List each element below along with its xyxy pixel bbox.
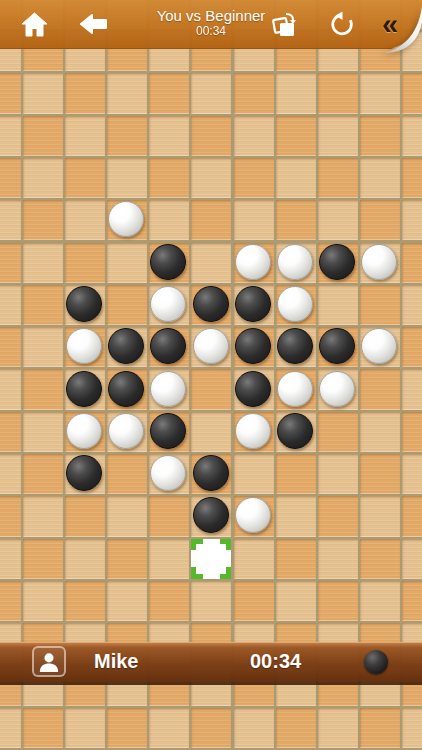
board-cell[interactable] <box>149 581 189 621</box>
board-cell[interactable] <box>276 200 316 240</box>
black-stone <box>150 413 186 449</box>
board-cell[interactable] <box>276 158 316 198</box>
board-cell[interactable] <box>360 708 400 748</box>
board-cell[interactable] <box>402 412 422 452</box>
board-cell[interactable] <box>23 454 63 494</box>
board-cell[interactable] <box>0 539 21 579</box>
board-cell[interactable] <box>0 327 21 367</box>
board-cell[interactable] <box>0 285 21 325</box>
player-avatar[interactable] <box>32 646 66 677</box>
board-cell[interactable] <box>318 496 358 536</box>
board-cell[interactable] <box>23 327 63 367</box>
white-stone <box>108 413 144 449</box>
board-cell[interactable] <box>107 708 147 748</box>
board-cell[interactable] <box>276 539 316 579</box>
marker-notch <box>203 539 220 544</box>
game-title: You vs Beginner <box>140 7 282 24</box>
player-bar: Mike 00:34 <box>0 642 422 682</box>
black-stone <box>277 413 313 449</box>
board-cell[interactable] <box>149 73 189 113</box>
board-cell[interactable] <box>402 708 422 748</box>
board-cell[interactable] <box>402 200 422 240</box>
board-cell[interactable] <box>107 539 147 579</box>
restart-button[interactable] <box>325 0 357 48</box>
board-cell[interactable] <box>360 73 400 113</box>
board-cell[interactable] <box>107 116 147 156</box>
board-cell[interactable] <box>107 158 147 198</box>
board-cell[interactable] <box>0 116 21 156</box>
board-cell[interactable] <box>149 539 189 579</box>
board-cell[interactable] <box>276 454 316 494</box>
board-cell[interactable] <box>234 454 274 494</box>
person-icon <box>38 651 60 673</box>
board-cell[interactable] <box>276 708 316 748</box>
board-cell[interactable] <box>360 369 400 409</box>
board-cell[interactable] <box>191 581 231 621</box>
white-stone <box>193 328 229 364</box>
black-stone <box>193 497 229 533</box>
board-cell[interactable] <box>402 496 422 536</box>
board-cell[interactable] <box>107 285 147 325</box>
board-cell[interactable] <box>234 539 274 579</box>
board-cell[interactable] <box>234 158 274 198</box>
board-cell[interactable] <box>23 539 63 579</box>
board-cell[interactable] <box>0 73 21 113</box>
board-cell[interactable] <box>234 73 274 113</box>
board-cell[interactable] <box>149 116 189 156</box>
board-cell[interactable] <box>191 708 231 748</box>
white-stone <box>235 413 271 449</box>
page-curl[interactable] <box>372 0 422 56</box>
board-cell[interactable] <box>0 158 21 198</box>
black-stone <box>277 328 313 364</box>
board-cell[interactable] <box>191 412 231 452</box>
board-cell[interactable] <box>149 496 189 536</box>
board-cell[interactable] <box>360 116 400 156</box>
last-move-marker <box>191 539 231 579</box>
board-cell[interactable] <box>23 496 63 536</box>
board-cell[interactable] <box>318 539 358 579</box>
player-timer: 00:34 <box>250 650 301 673</box>
board-cell[interactable] <box>23 708 63 748</box>
top-toolbar: You vs Beginner 00:34 « <box>0 0 422 49</box>
board-cell[interactable] <box>0 581 21 621</box>
board-cell[interactable] <box>0 200 21 240</box>
board-cell[interactable] <box>360 454 400 494</box>
board-cell[interactable] <box>276 496 316 536</box>
board-cell[interactable] <box>402 243 422 283</box>
board-cell[interactable] <box>23 412 63 452</box>
board-cell[interactable] <box>23 200 63 240</box>
board-cell[interactable] <box>402 158 422 198</box>
white-stone <box>235 244 271 280</box>
home-button[interactable] <box>18 0 50 48</box>
board-cell[interactable] <box>360 412 400 452</box>
board-cell[interactable] <box>402 369 422 409</box>
board-cell[interactable] <box>191 200 231 240</box>
board-cell[interactable] <box>360 158 400 198</box>
board-cell[interactable] <box>65 708 105 748</box>
board-cell[interactable] <box>65 158 105 198</box>
game-title-block: You vs Beginner 00:34 <box>140 0 282 48</box>
restart-icon <box>328 11 355 38</box>
white-stone <box>150 371 186 407</box>
black-stone <box>66 371 102 407</box>
marker-notch <box>191 550 196 567</box>
white-stone <box>361 328 397 364</box>
board-cell[interactable] <box>276 116 316 156</box>
board-cell[interactable] <box>0 496 21 536</box>
rotate-board-icon <box>271 11 298 38</box>
board-cell[interactable] <box>107 454 147 494</box>
white-stone <box>319 371 355 407</box>
board-cell[interactable] <box>360 200 400 240</box>
game-board[interactable] <box>0 0 422 750</box>
board-cell[interactable] <box>360 285 400 325</box>
board-cell[interactable] <box>191 369 231 409</box>
home-icon <box>21 12 48 37</box>
rotate-board-button[interactable] <box>268 0 300 48</box>
board-cell[interactable] <box>23 116 63 156</box>
board-cell[interactable] <box>191 73 231 113</box>
gomoku-app-screen: You vs Beginner 00:34 « <box>0 0 422 750</box>
black-stone <box>319 244 355 280</box>
white-stone <box>235 497 271 533</box>
board-cell[interactable] <box>318 116 358 156</box>
board-cell[interactable] <box>360 496 400 536</box>
board-cell[interactable] <box>234 581 274 621</box>
white-stone <box>277 286 313 322</box>
board-cell[interactable] <box>107 581 147 621</box>
board-cell[interactable] <box>276 581 316 621</box>
marker-notch <box>226 550 231 567</box>
game-timer: 00:34 <box>140 24 282 38</box>
board-cell[interactable] <box>318 158 358 198</box>
black-stone <box>235 328 271 364</box>
board-cell[interactable] <box>149 200 189 240</box>
board-cell[interactable] <box>402 539 422 579</box>
white-stone <box>277 371 313 407</box>
board-cell[interactable] <box>234 708 274 748</box>
board-cell[interactable] <box>65 116 105 156</box>
board-cell[interactable] <box>402 581 422 621</box>
board-cell[interactable] <box>65 243 105 283</box>
board-cell[interactable] <box>276 73 316 113</box>
board-cell[interactable] <box>360 539 400 579</box>
board-cell[interactable] <box>402 454 422 494</box>
black-stone <box>193 286 229 322</box>
white-stone <box>277 244 313 280</box>
board-cell[interactable] <box>318 581 358 621</box>
board-cell[interactable] <box>23 285 63 325</box>
board-cell[interactable] <box>0 243 21 283</box>
board-cell[interactable] <box>65 73 105 113</box>
board-cell[interactable] <box>191 116 231 156</box>
board-cell[interactable] <box>23 73 63 113</box>
board-cell[interactable] <box>191 158 231 198</box>
board-cell[interactable] <box>318 285 358 325</box>
board-cell[interactable] <box>234 116 274 156</box>
board-cell[interactable] <box>360 581 400 621</box>
board-cell[interactable] <box>402 285 422 325</box>
back-button[interactable] <box>78 0 110 48</box>
board-cell[interactable] <box>318 73 358 113</box>
black-stone <box>66 286 102 322</box>
board-cell[interactable] <box>23 243 63 283</box>
board-cell[interactable] <box>23 369 63 409</box>
board-cell[interactable] <box>149 158 189 198</box>
black-stone <box>319 328 355 364</box>
board-cell[interactable] <box>107 73 147 113</box>
board-cell[interactable] <box>0 369 21 409</box>
turn-indicator-black-stone <box>364 650 388 674</box>
board-cell[interactable] <box>191 243 231 283</box>
back-arrow-icon <box>80 14 108 34</box>
board-cell[interactable] <box>65 496 105 536</box>
board-cell[interactable] <box>318 708 358 748</box>
board-cell[interactable] <box>402 327 422 367</box>
board-cell[interactable] <box>65 200 105 240</box>
board-cell[interactable] <box>107 243 147 283</box>
board-cell[interactable] <box>149 708 189 748</box>
board-cell[interactable] <box>23 158 63 198</box>
black-stone <box>235 286 271 322</box>
board-cell[interactable] <box>318 200 358 240</box>
board-cell[interactable] <box>65 539 105 579</box>
board-cell[interactable] <box>65 581 105 621</box>
white-stone <box>66 413 102 449</box>
player-name: Mike <box>94 650 138 673</box>
board-cell[interactable] <box>107 496 147 536</box>
board-cell[interactable] <box>318 412 358 452</box>
marker-notch <box>203 574 220 579</box>
board-cell[interactable] <box>402 73 422 113</box>
board-cell[interactable] <box>234 200 274 240</box>
white-stone <box>361 244 397 280</box>
board-cell[interactable] <box>0 412 21 452</box>
board-cell[interactable] <box>402 116 422 156</box>
black-stone <box>235 371 271 407</box>
board-cell[interactable] <box>23 581 63 621</box>
board-cell[interactable] <box>0 708 21 748</box>
board-cell[interactable] <box>0 454 21 494</box>
black-stone <box>150 244 186 280</box>
board-cell[interactable] <box>318 454 358 494</box>
black-stone <box>108 371 144 407</box>
black-stone <box>193 455 229 491</box>
